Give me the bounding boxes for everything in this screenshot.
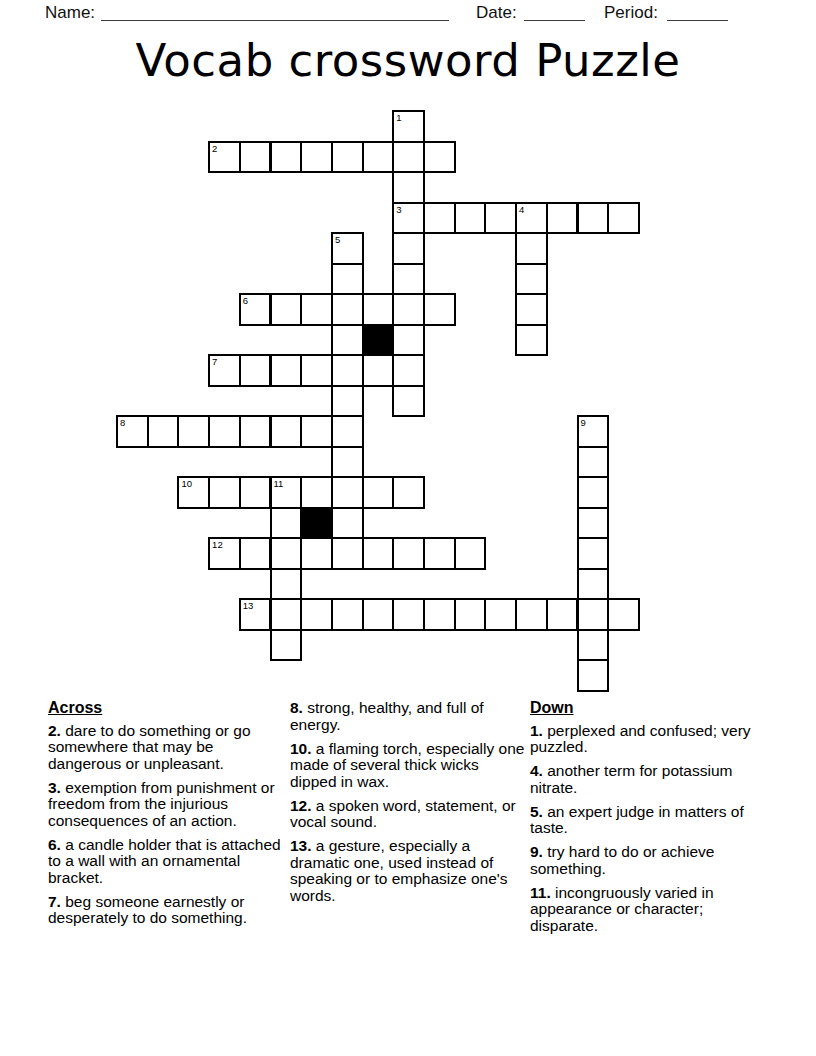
grid-cell[interactable] (331, 598, 364, 631)
grid-cell[interactable] (331, 446, 364, 479)
grid-cell[interactable] (484, 598, 517, 631)
grid-cell[interactable] (362, 598, 395, 631)
clue-11-number: 11. (530, 884, 551, 901)
clue-number-12: 12 (209, 538, 223, 550)
grid-cell[interactable] (239, 141, 272, 174)
clue-5-text: an expert judge in matters of taste. (530, 803, 744, 837)
grid-cell[interactable] (515, 293, 548, 326)
grid-cell[interactable] (270, 537, 303, 570)
grid-cell[interactable] (607, 202, 640, 235)
clue-11-text: incongruously varied in appearance or ch… (530, 884, 714, 934)
grid-cell[interactable] (239, 354, 272, 387)
clue-number-2: 2 (209, 142, 217, 154)
name-underline[interactable] (101, 20, 449, 21)
grid-cell[interactable] (392, 537, 425, 570)
grid-cell[interactable] (362, 476, 395, 509)
clue-1: 1. perplexed and confused; very puzzled. (530, 723, 760, 756)
grid-cell[interactable] (515, 232, 548, 265)
grid-cell[interactable] (270, 354, 303, 387)
clue-2-number: 2. (48, 722, 61, 739)
grid-cell[interactable] (577, 629, 610, 662)
clue-8-text: strong, healthy, and full of energy. (290, 699, 484, 733)
clue-number-8: 8 (117, 416, 125, 428)
grid-cell[interactable] (607, 598, 640, 631)
grid-cell[interactable] (208, 476, 241, 509)
grid-cell[interactable] (300, 141, 333, 174)
grid-cell[interactable] (239, 537, 272, 570)
grid-cell[interactable] (577, 568, 610, 601)
black-cell (300, 507, 333, 540)
clue-number-7: 7 (209, 355, 217, 367)
grid-cell[interactable] (270, 629, 303, 662)
down-heading: Down (530, 700, 760, 717)
clue-4-number: 4. (530, 762, 543, 779)
grid-cell[interactable] (577, 537, 610, 570)
grid-cell[interactable] (362, 293, 395, 326)
grid-cell[interactable] (454, 537, 487, 570)
clue-number-10: 10 (178, 477, 192, 489)
clue-3: 3. exemption from punishment or freedom … (48, 780, 285, 830)
grid-cell[interactable] (577, 202, 610, 235)
clue-4: 4. another term for potassium nitrate. (530, 763, 760, 796)
grid-cell[interactable] (454, 598, 487, 631)
clue-1-text: perplexed and confused; very puzzled. (530, 722, 751, 756)
clue-7: 7. beg someone earnestly or desperately … (48, 894, 285, 927)
clue-3-text: exemption from punishment or freedom fro… (48, 779, 275, 829)
grid-cell[interactable] (362, 537, 395, 570)
clue-column-across: Across2. dare to do something or go some… (48, 700, 285, 934)
clue-12-number: 12. (290, 797, 312, 814)
clue-5: 5. an expert judge in matters of taste. (530, 804, 760, 837)
grid-cell[interactable] (362, 354, 395, 387)
grid-cell[interactable] (392, 385, 425, 418)
grid-cell[interactable] (577, 446, 610, 479)
grid-cell[interactable] (515, 263, 548, 296)
clue-8: 8. strong, healthy, and full of energy. (290, 700, 528, 733)
black-cell (362, 324, 395, 357)
grid-cell[interactable] (239, 476, 272, 509)
clue-3-number: 3. (48, 779, 61, 796)
grid-cell[interactable] (147, 415, 180, 448)
grid-cell[interactable] (331, 354, 364, 387)
grid-cell[interactable] (546, 202, 579, 235)
clue-8-number: 8. (290, 699, 303, 716)
grid-cell[interactable] (454, 202, 487, 235)
grid-cell[interactable] (270, 507, 303, 540)
crossword-grid: 12345678910111213 (117, 111, 641, 692)
clue-2: 2. dare to do something or go somewhere … (48, 723, 285, 773)
grid-cell[interactable] (515, 324, 548, 357)
clue-number-3: 3 (393, 203, 401, 215)
clue-9: 9. try hard to do or achieve something. (530, 844, 760, 877)
grid-cell[interactable] (331, 385, 364, 418)
grid-cell[interactable] (392, 232, 425, 265)
grid-cell[interactable] (331, 293, 364, 326)
grid-cell[interactable] (300, 537, 333, 570)
clue-6-text: a candle holder that is attached to a wa… (48, 836, 281, 886)
clue-9-number: 9. (530, 843, 543, 860)
clue-2-text: dare to do something or go somewhere tha… (48, 722, 251, 772)
grid-cell[interactable] (270, 141, 303, 174)
grid-cell[interactable] (300, 415, 333, 448)
grid-cell[interactable] (300, 354, 333, 387)
across-heading: Across (48, 700, 285, 717)
grid-cell[interactable] (177, 415, 210, 448)
grid-cell[interactable] (331, 324, 364, 357)
page-title: Vocab crossword Puzzle (0, 34, 816, 87)
clue-10-number: 10. (290, 740, 312, 757)
period-label: Period: (604, 3, 658, 23)
date-label: Date: (476, 3, 517, 23)
clue-number-4: 4 (516, 203, 524, 215)
name-label: Name: (45, 3, 95, 23)
grid-cell[interactable] (331, 141, 364, 174)
grid-cell[interactable] (362, 141, 395, 174)
grid-cell[interactable] (515, 598, 548, 631)
clue-1-number: 1. (530, 722, 543, 739)
clue-number-13: 13 (240, 599, 254, 611)
period-underline[interactable] (667, 20, 728, 21)
grid-cell[interactable] (392, 354, 425, 387)
grid-cell[interactable] (392, 141, 425, 174)
clue-7-text: beg someone earnestly or desperately to … (48, 893, 247, 927)
grid-cell[interactable] (392, 171, 425, 204)
grid-cell[interactable] (392, 476, 425, 509)
clue-number-1: 1 (393, 111, 401, 123)
grid-cell[interactable] (392, 324, 425, 357)
clue-10-text: a flaming torch, especially one made of … (290, 740, 524, 790)
grid-cell[interactable] (270, 598, 303, 631)
grid-cell[interactable] (300, 293, 333, 326)
grid-cell[interactable] (423, 202, 456, 235)
grid-cell[interactable] (300, 476, 333, 509)
grid-cell[interactable] (300, 598, 333, 631)
grid-cell[interactable] (331, 537, 364, 570)
grid-cell[interactable] (270, 415, 303, 448)
grid-cell[interactable] (331, 415, 364, 448)
grid-cell[interactable] (577, 476, 610, 509)
grid-cell[interactable] (423, 141, 456, 174)
grid-cell[interactable] (331, 476, 364, 509)
grid-cell[interactable] (577, 598, 610, 631)
clue-number-11: 11 (271, 477, 284, 489)
grid-cell[interactable] (577, 507, 610, 540)
grid-cell[interactable] (331, 507, 364, 540)
grid-cell[interactable] (546, 598, 579, 631)
clue-6: 6. a candle holder that is attached to a… (48, 837, 285, 887)
clue-13-text: a gesture, especially a dramatic one, us… (290, 837, 508, 904)
grid-cell[interactable] (392, 598, 425, 631)
clue-12: 12. a spoken word, statement, or vocal s… (290, 798, 528, 831)
grid-cell[interactable] (423, 293, 456, 326)
clue-5-number: 5. (530, 803, 543, 820)
clue-11: 11. incongruously varied in appearance o… (530, 885, 760, 935)
clue-9-text: try hard to do or achieve something. (530, 843, 714, 877)
grid-cell[interactable] (239, 415, 272, 448)
clue-7-number: 7. (48, 893, 61, 910)
grid-cell[interactable] (270, 568, 303, 601)
clue-column-across-continued: 8. strong, healthy, and full of energy.1… (290, 700, 528, 912)
grid-cell[interactable] (577, 659, 610, 692)
clue-12-text: a spoken word, statement, or vocal sound… (290, 797, 516, 831)
clue-13-number: 13. (290, 837, 312, 854)
grid-cell[interactable] (392, 263, 425, 296)
clue-10: 10. a flaming torch, especially one made… (290, 741, 528, 791)
grid-cell[interactable] (423, 537, 456, 570)
grid-cell[interactable] (423, 598, 456, 631)
grid-cell[interactable] (392, 293, 425, 326)
grid-cell[interactable] (331, 263, 364, 296)
grid-cell[interactable] (484, 202, 517, 235)
clue-number-9: 9 (578, 416, 586, 428)
grid-cell[interactable] (208, 415, 241, 448)
date-underline[interactable] (524, 20, 585, 21)
clue-number-5: 5 (332, 233, 340, 245)
grid-cell[interactable] (270, 293, 303, 326)
clue-6-number: 6. (48, 836, 61, 853)
clue-13: 13. a gesture, especially a dramatic one… (290, 838, 528, 904)
clue-4-text: another term for potassium nitrate. (530, 762, 732, 796)
clue-number-6: 6 (240, 294, 248, 306)
clue-column-down: Down1. perplexed and confused; very puzz… (530, 700, 760, 942)
